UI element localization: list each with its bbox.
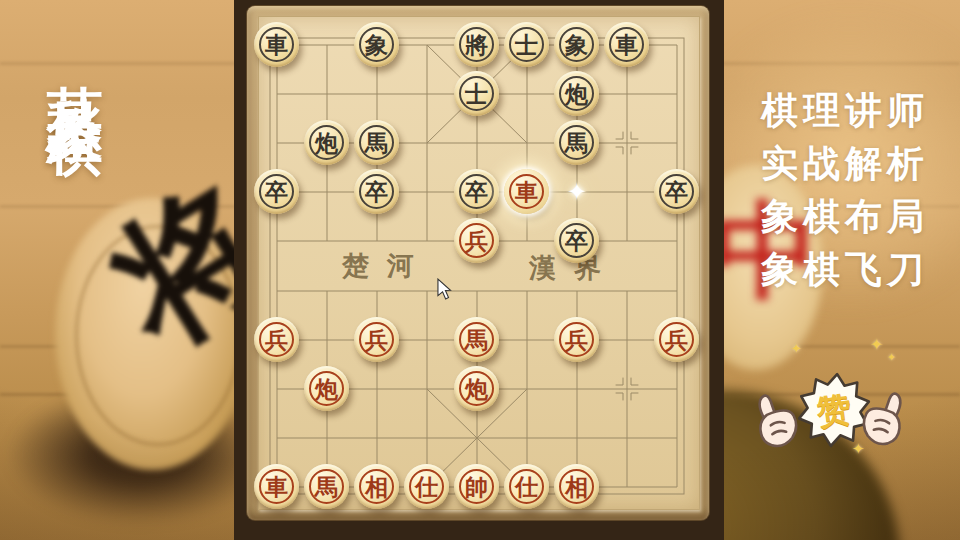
black-advisor[interactable]: 士: [504, 22, 549, 67]
red-advisor[interactable]: 仕: [504, 464, 549, 509]
mouse-cursor: [436, 278, 452, 300]
piece-glyph: 馬: [465, 328, 488, 351]
black-elephant[interactable]: 象: [554, 22, 599, 67]
piece-glyph: 象: [565, 33, 588, 56]
piece-glyph: 馬: [565, 131, 588, 154]
piece-glyph: 象: [365, 33, 388, 56]
red-chariot[interactable]: 車: [504, 169, 549, 214]
sparkle-icon: ✦: [852, 442, 865, 457]
like-badge: 赞 ✦ ✦ ✦ ✦: [740, 360, 940, 480]
piece-glyph: 卒: [565, 229, 588, 252]
black-general[interactable]: 將: [454, 22, 499, 67]
promo-text: 棋理讲师 实战解析 象棋布局 象棋飞刀: [761, 84, 929, 296]
piece-glyph: 馬: [315, 475, 338, 498]
piece-glyph: 仕: [415, 475, 438, 498]
sparkle-icon: ✦: [870, 337, 883, 353]
piece-glyph: 仕: [515, 475, 538, 498]
black-soldier[interactable]: 卒: [254, 169, 299, 214]
piece-glyph: 兵: [465, 229, 488, 252]
red-soldier[interactable]: 兵: [354, 317, 399, 362]
piece-glyph: 帥: [465, 475, 488, 498]
piece-glyph: 兵: [665, 328, 688, 351]
move-highlight-icon: ✦: [567, 180, 587, 204]
red-soldier[interactable]: 兵: [554, 317, 599, 362]
game-screenshot: 楚河 漢界 車象將士象車士炮炮馬馬卒卒卒卒卒車兵兵兵馬兵兵炮炮車馬相仕帥仕相 ✦: [234, 0, 724, 540]
piece-glyph: 兵: [365, 328, 388, 351]
black-chariot[interactable]: 車: [254, 22, 299, 67]
piece-glyph: 炮: [315, 377, 338, 400]
channel-title: 莫愁象棋: [48, 40, 104, 88]
sparkle-icon: ✦: [791, 342, 802, 355]
piece-glyph: 相: [565, 475, 588, 498]
piece-glyph: 兵: [265, 328, 288, 351]
black-soldier[interactable]: 卒: [454, 169, 499, 214]
red-soldier[interactable]: 兵: [254, 317, 299, 362]
sparkle-icon: ✦: [887, 352, 896, 363]
red-horse[interactable]: 馬: [454, 317, 499, 362]
piece-glyph: 士: [465, 82, 488, 105]
promo-line-2: 实战解析: [761, 137, 929, 190]
piece-glyph: 兵: [565, 328, 588, 351]
black-soldier[interactable]: 卒: [354, 169, 399, 214]
red-cannon[interactable]: 炮: [304, 366, 349, 411]
video-frame: 中 将 楚河 漢界 車: [0, 0, 960, 540]
red-advisor[interactable]: 仕: [404, 464, 449, 509]
black-elephant[interactable]: 象: [354, 22, 399, 67]
piece-glyph: 卒: [465, 180, 488, 203]
river-label-left: 楚河: [342, 252, 432, 279]
piece-glyph: 車: [265, 475, 288, 498]
piece-glyph: 將: [465, 33, 488, 56]
promo-line-4: 象棋飞刀: [761, 243, 929, 296]
red-cannon[interactable]: 炮: [454, 366, 499, 411]
black-cannon[interactable]: 炮: [304, 120, 349, 165]
red-elephant[interactable]: 相: [354, 464, 399, 509]
piece-glyph: 相: [365, 475, 388, 498]
red-chariot[interactable]: 車: [254, 464, 299, 509]
red-horse[interactable]: 馬: [304, 464, 349, 509]
piece-glyph: 卒: [265, 180, 288, 203]
black-horse[interactable]: 馬: [554, 120, 599, 165]
promo-line-1: 棋理讲师: [761, 84, 929, 137]
black-advisor[interactable]: 士: [454, 71, 499, 116]
black-horse[interactable]: 馬: [354, 120, 399, 165]
red-soldier[interactable]: 兵: [654, 317, 699, 362]
red-general[interactable]: 帥: [454, 464, 499, 509]
promo-line-3: 象棋布局: [761, 190, 929, 243]
piece-glyph: 卒: [665, 180, 688, 203]
piece-glyph: 馬: [365, 131, 388, 154]
piece-glyph: 士: [515, 33, 538, 56]
piece-glyph: 炮: [565, 82, 588, 105]
piece-glyph: 炮: [315, 131, 338, 154]
piece-glyph: 車: [265, 33, 288, 56]
black-chariot[interactable]: 車: [604, 22, 649, 67]
piece-glyph: 炮: [465, 377, 488, 400]
red-elephant[interactable]: 相: [554, 464, 599, 509]
black-soldier[interactable]: 卒: [654, 169, 699, 214]
piece-glyph: 卒: [365, 180, 388, 203]
black-cannon[interactable]: 炮: [554, 71, 599, 116]
piece-glyph: 車: [615, 33, 638, 56]
piece-glyph: 車: [515, 180, 538, 203]
